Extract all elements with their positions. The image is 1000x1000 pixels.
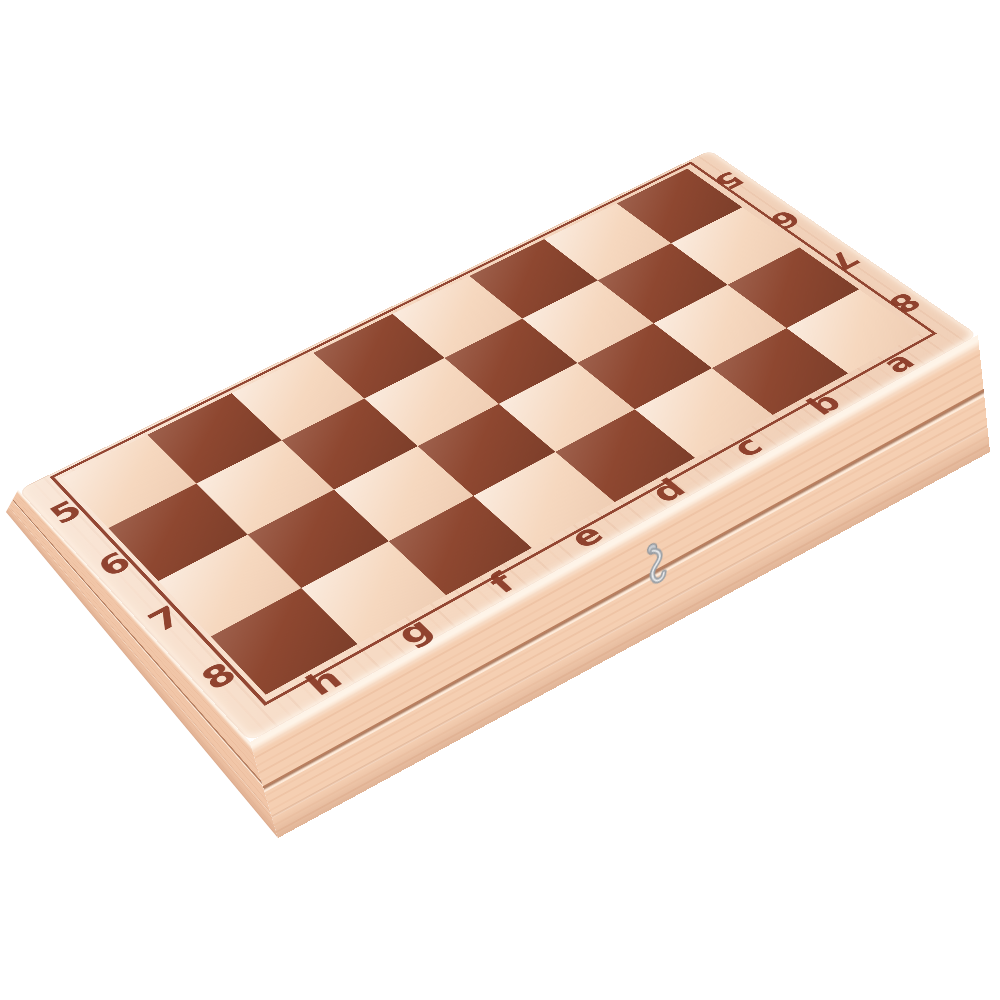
latch-hook-icon: [637, 534, 674, 604]
chess-box-photo: 5 6 7 8 5 6 7 8 h g f e d c b a: [0, 0, 1000, 1000]
